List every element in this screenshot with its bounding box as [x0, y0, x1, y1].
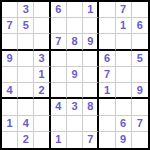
sudoku-cell-empty[interactable] — [116, 34, 132, 50]
sudoku-cell-empty[interactable] — [51, 51, 67, 67]
sudoku-cell-empty[interactable] — [116, 99, 132, 115]
sudoku-cell-given: 7 — [116, 2, 132, 18]
sudoku-cell-empty[interactable] — [83, 83, 99, 99]
sudoku-cell-empty[interactable] — [99, 2, 115, 18]
sudoku-cell-empty[interactable] — [67, 51, 83, 67]
sudoku-cell-empty[interactable] — [2, 132, 18, 148]
sudoku-cell-given: 9 — [132, 83, 148, 99]
sudoku-cell-given: 1 — [116, 18, 132, 34]
sudoku-cell-given: 6 — [132, 18, 148, 34]
sudoku-cell-given: 8 — [83, 99, 99, 115]
sudoku-cell-empty[interactable] — [132, 99, 148, 115]
sudoku-cell-empty[interactable] — [34, 34, 50, 50]
sudoku-cell-given: 3 — [34, 51, 50, 67]
sudoku-cell-empty[interactable] — [51, 83, 67, 99]
sudoku-cell-empty[interactable] — [51, 116, 67, 132]
sudoku-cell-empty[interactable] — [67, 18, 83, 34]
sudoku-cell-given: 4 — [2, 83, 18, 99]
sudoku-cell-empty[interactable] — [51, 18, 67, 34]
sudoku-cell-empty[interactable] — [116, 83, 132, 99]
sudoku-cell-empty[interactable] — [83, 18, 99, 34]
sudoku-cell-empty[interactable] — [116, 51, 132, 67]
sudoku-cell-given: 3 — [67, 99, 83, 115]
sudoku-cell-given: 7 — [51, 34, 67, 50]
sudoku-cell-given: 2 — [34, 83, 50, 99]
sudoku-cell-given: 1 — [34, 67, 50, 83]
sudoku-cell-given: 6 — [116, 116, 132, 132]
sudoku-cell-empty[interactable] — [67, 116, 83, 132]
sudoku-cell-given: 8 — [67, 34, 83, 50]
sudoku-cell-given: 4 — [18, 116, 34, 132]
sudoku-cell-given: 2 — [18, 132, 34, 148]
sudoku-cell-given: 7 — [132, 116, 148, 132]
sudoku-cell-empty[interactable] — [51, 67, 67, 83]
sudoku-cell-given: 1 — [83, 2, 99, 18]
sudoku-cell-given: 1 — [2, 116, 18, 132]
sudoku-cell-empty[interactable] — [132, 34, 148, 50]
sudoku-cell-empty[interactable] — [99, 99, 115, 115]
sudoku-cell-empty[interactable] — [83, 51, 99, 67]
sudoku-cell-empty[interactable] — [99, 116, 115, 132]
sudoku-cell-empty[interactable] — [99, 132, 115, 148]
sudoku-cell-empty[interactable] — [99, 34, 115, 50]
sudoku-cell-empty[interactable] — [83, 116, 99, 132]
sudoku-cell-empty[interactable] — [67, 2, 83, 18]
sudoku-cell-empty[interactable] — [34, 2, 50, 18]
sudoku-cell-given: 1 — [51, 132, 67, 148]
sudoku-cell-empty[interactable] — [34, 116, 50, 132]
sudoku-cell-empty[interactable] — [18, 99, 34, 115]
sudoku-cell-empty[interactable] — [34, 132, 50, 148]
sudoku-cell-given: 6 — [99, 51, 115, 67]
sudoku-cell-given: 7 — [99, 67, 115, 83]
sudoku-cell-given: 4 — [51, 99, 67, 115]
sudoku-cell-empty[interactable] — [34, 99, 50, 115]
sudoku-board: 361775167899365197421943814672179 — [0, 0, 150, 150]
sudoku-cell-given: 5 — [18, 18, 34, 34]
sudoku-cell-empty[interactable] — [67, 132, 83, 148]
sudoku-cell-empty[interactable] — [2, 34, 18, 50]
sudoku-cell-empty[interactable] — [18, 83, 34, 99]
sudoku-cell-empty[interactable] — [2, 67, 18, 83]
sudoku-cell-given: 3 — [18, 2, 34, 18]
sudoku-cell-empty[interactable] — [2, 2, 18, 18]
sudoku-cell-empty[interactable] — [99, 18, 115, 34]
sudoku-cell-empty[interactable] — [18, 34, 34, 50]
sudoku-cell-empty[interactable] — [2, 99, 18, 115]
sudoku-cell-empty[interactable] — [116, 67, 132, 83]
sudoku-cell-empty[interactable] — [18, 67, 34, 83]
sudoku-cell-given: 1 — [99, 83, 115, 99]
sudoku-cell-empty[interactable] — [67, 83, 83, 99]
sudoku-cell-given: 9 — [116, 132, 132, 148]
sudoku-cell-given: 6 — [51, 2, 67, 18]
sudoku-cell-empty[interactable] — [34, 18, 50, 34]
sudoku-cell-given: 7 — [83, 132, 99, 148]
sudoku-cell-empty[interactable] — [132, 132, 148, 148]
sudoku-cell-empty[interactable] — [132, 2, 148, 18]
sudoku-cell-empty[interactable] — [132, 67, 148, 83]
sudoku-cell-empty[interactable] — [83, 67, 99, 83]
sudoku-cell-given: 9 — [83, 34, 99, 50]
sudoku-cell-given: 9 — [67, 67, 83, 83]
sudoku-cell-given: 5 — [132, 51, 148, 67]
sudoku-cell-given: 9 — [2, 51, 18, 67]
sudoku-cell-empty[interactable] — [18, 51, 34, 67]
sudoku-cell-given: 7 — [2, 18, 18, 34]
